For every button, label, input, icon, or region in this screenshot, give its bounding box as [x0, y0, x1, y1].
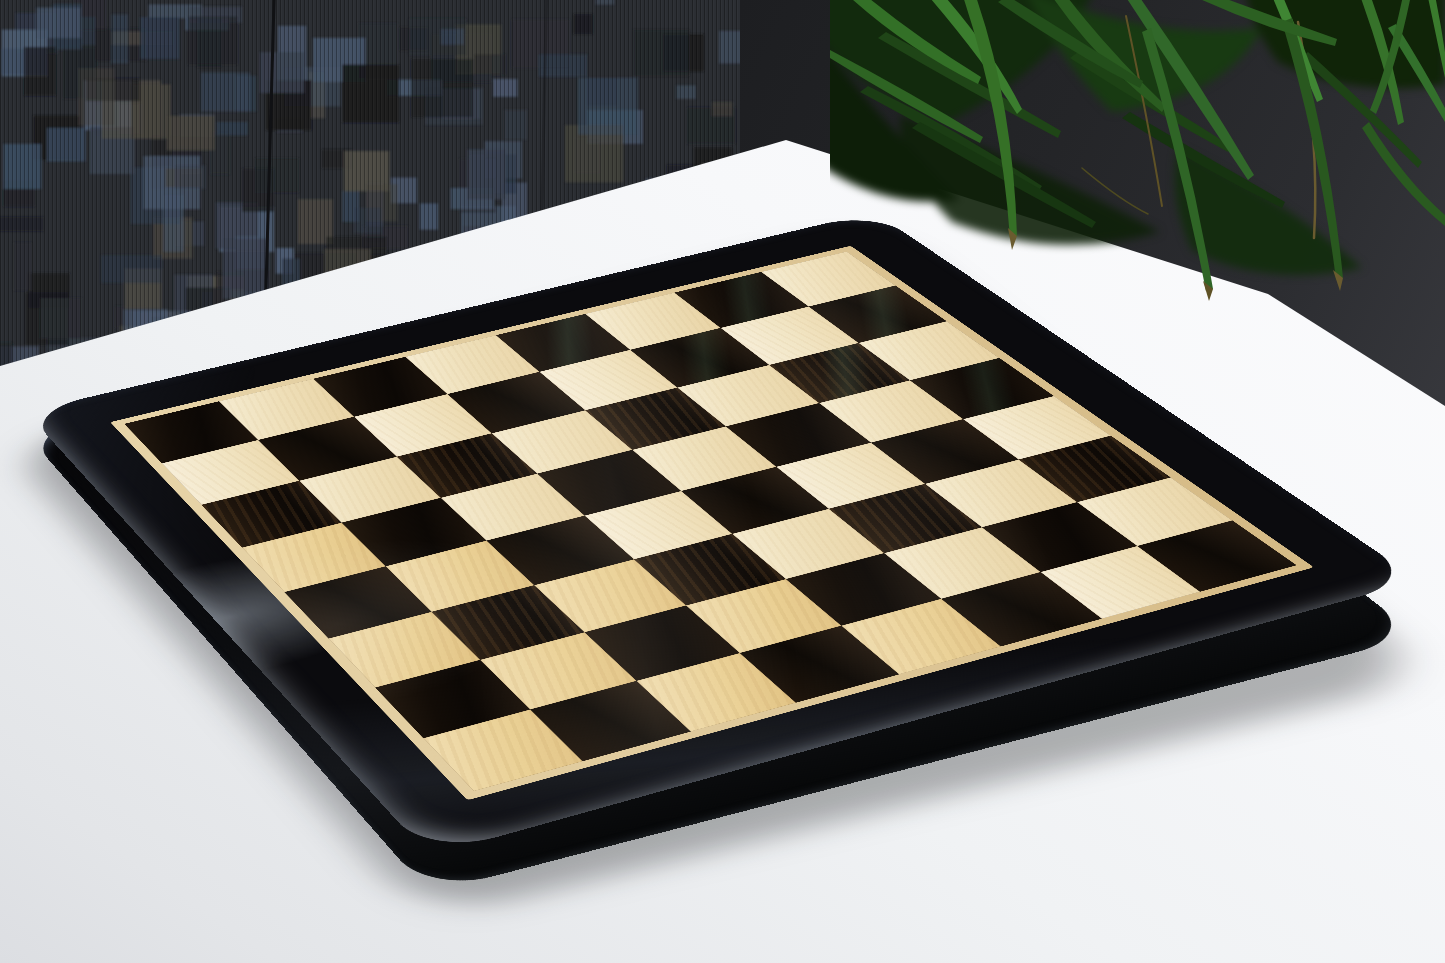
scene: Empty wooden chessboard (ebony and maple… [0, 0, 1445, 963]
